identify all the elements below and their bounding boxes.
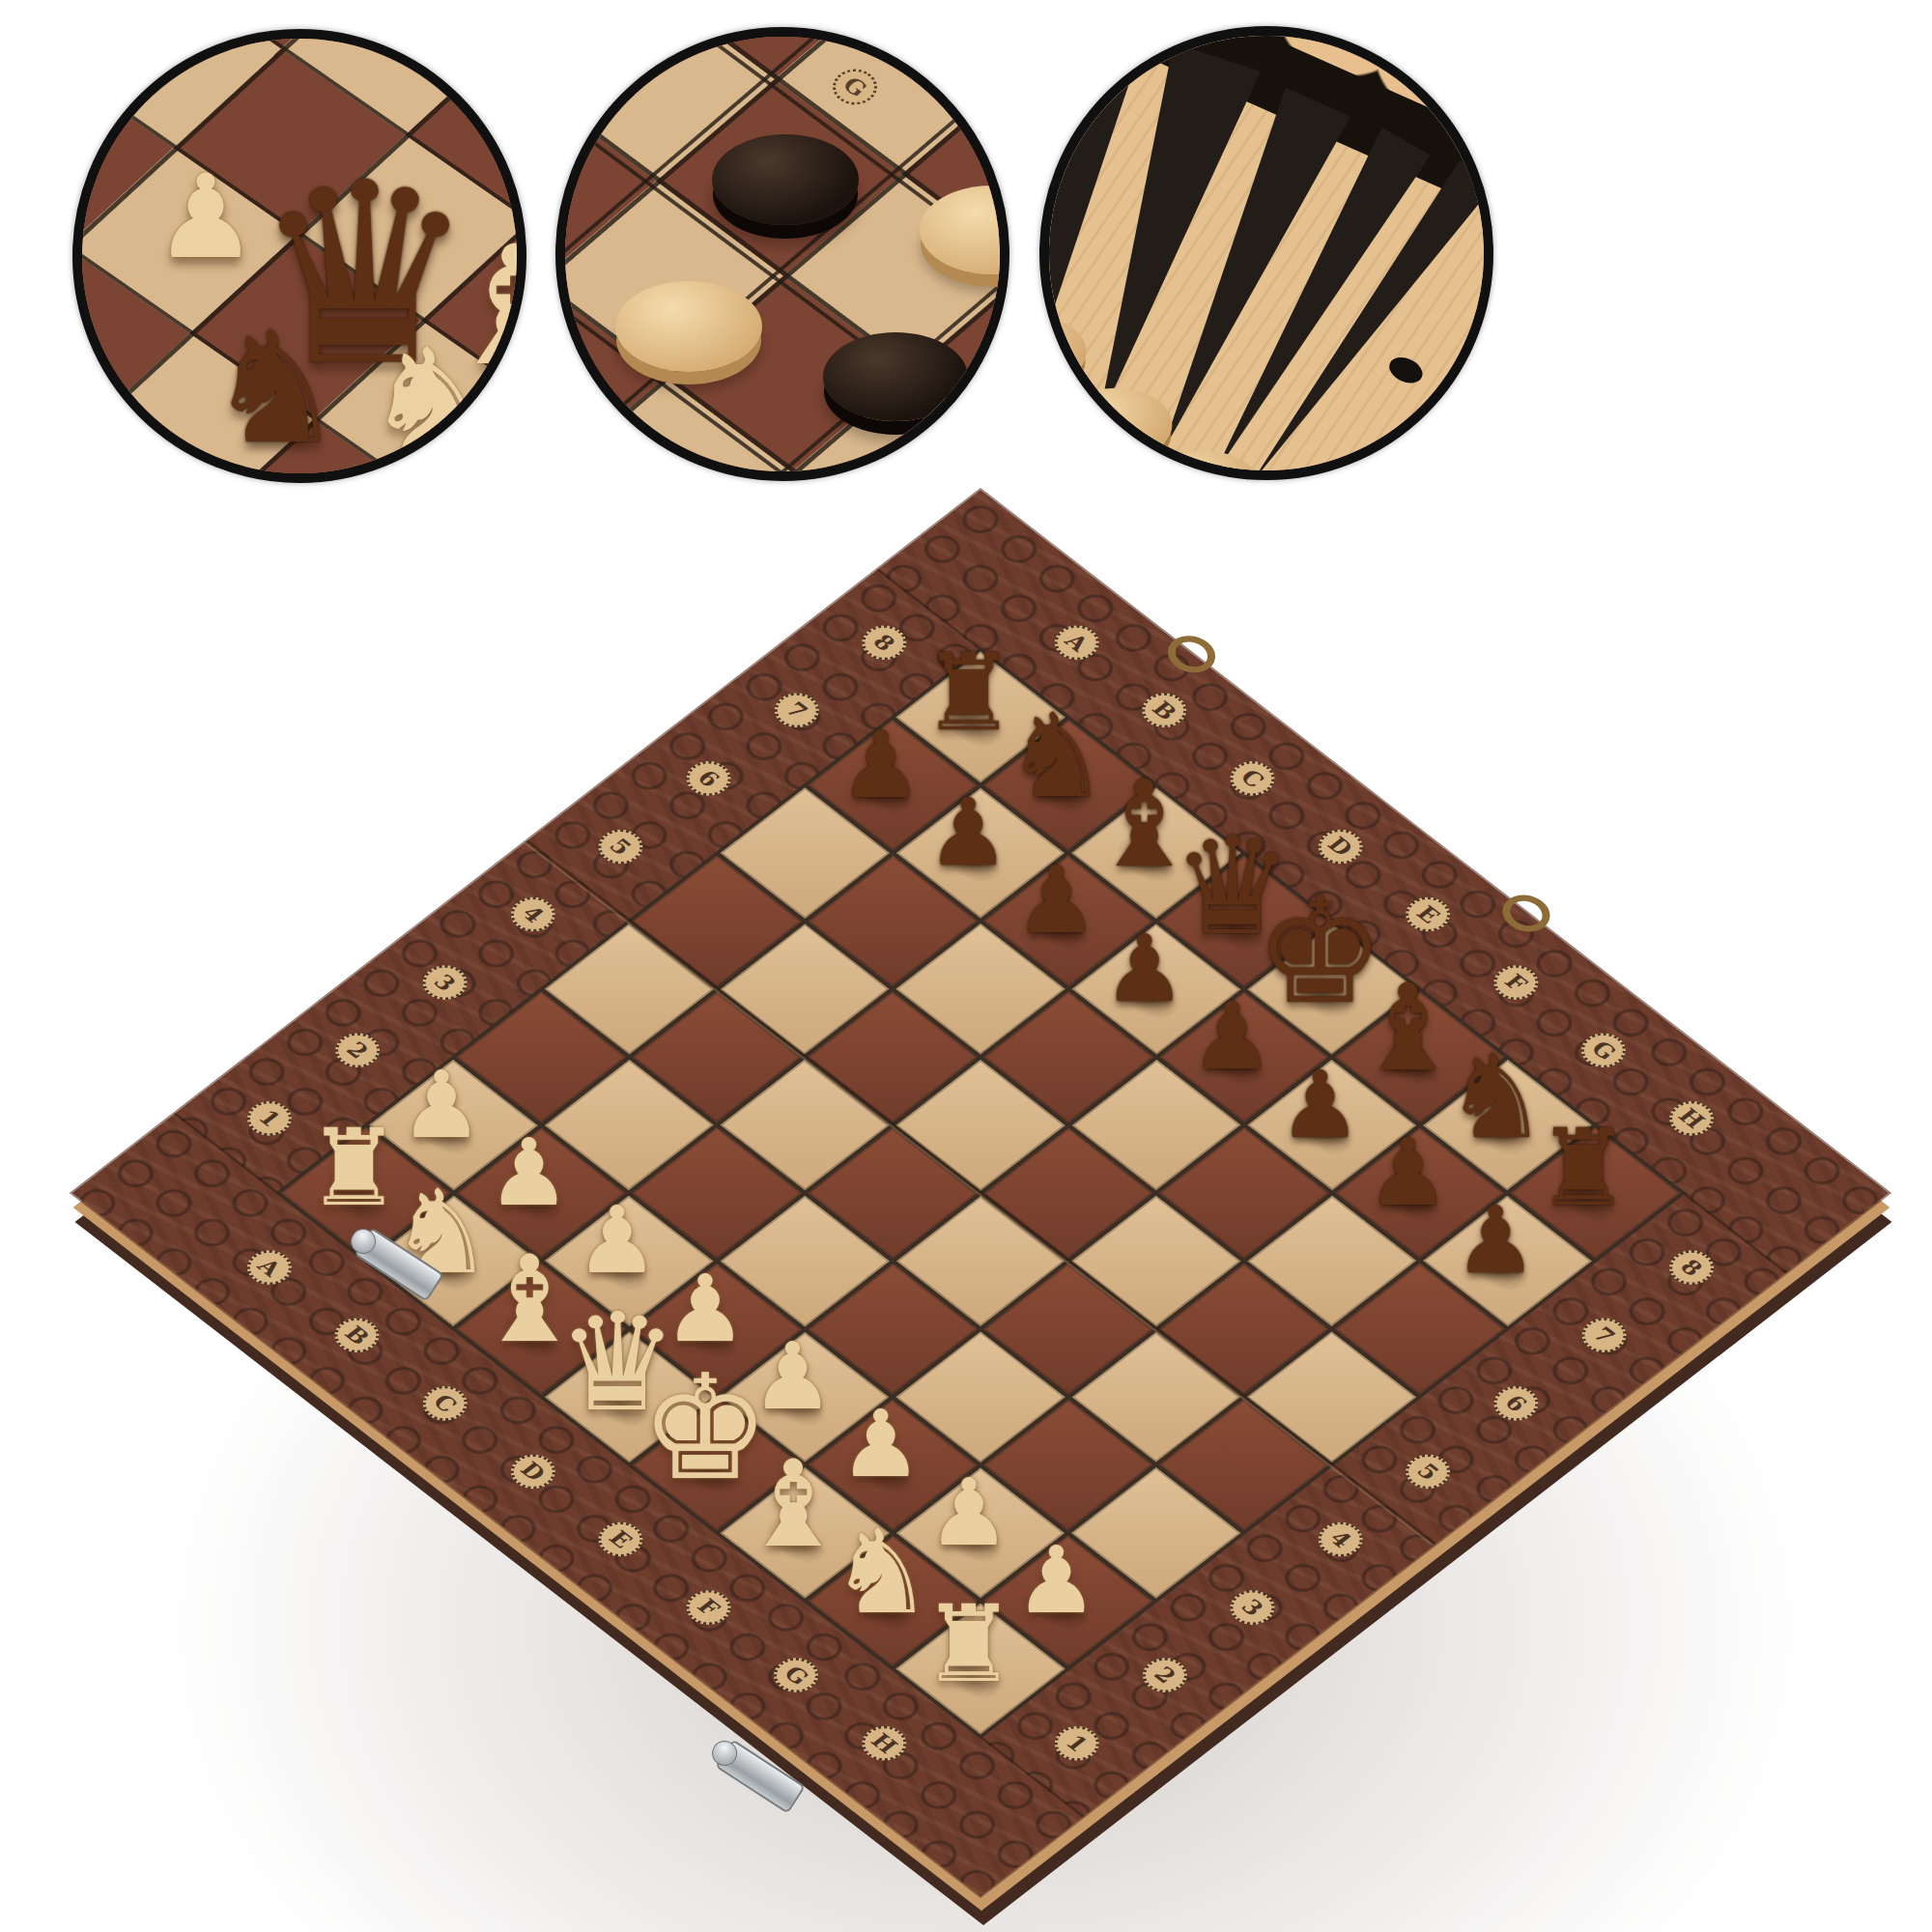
checkers-disc-light xyxy=(615,281,762,372)
backgammon-board xyxy=(1039,26,1493,480)
product-photo: ♟♛♝♞♞ G ♜♞♝♛♚♝♞♜♟♟♟♟♟♟♟♟♟♟♟♟♟♟♟♟♜♞♝♛♚♝♞♜… xyxy=(0,0,1932,1932)
backgammon-dot xyxy=(1411,460,1453,480)
inset-piece-dark-n-icon: ♞ xyxy=(206,311,344,466)
checkers-disc-dark xyxy=(823,332,968,421)
inset-piece-light-n-icon: ♞ xyxy=(362,328,500,483)
backgammon-checker-black xyxy=(1405,26,1493,77)
inset-chess-closeup: ♟♛♝♞♞ xyxy=(72,29,526,483)
inset-backgammon-closeup xyxy=(1039,26,1493,480)
inset-checkers-closeup: G xyxy=(555,27,1009,481)
inset-piece-light-p-icon: ♟ xyxy=(154,159,258,275)
backgammon-checker-light xyxy=(1058,388,1172,462)
checkers-disc-dark xyxy=(712,134,859,225)
